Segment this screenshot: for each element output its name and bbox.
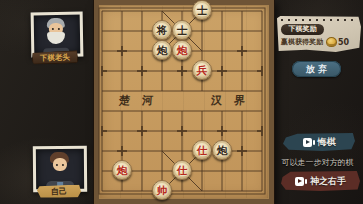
self-face: [53, 158, 67, 171]
river-label-han: 汉界: [203, 93, 264, 109]
piece-red-f3[interactable]: 仕: [192, 140, 212, 160]
piece-black-d8[interactable]: 炮: [152, 40, 172, 60]
gods-hand-button-label: 神之右手: [310, 175, 346, 188]
give-up-button[interactable]: 放弃: [292, 61, 341, 77]
piece-black-d9[interactable]: 将: [152, 20, 172, 40]
piece-red-e8[interactable]: 炮: [172, 40, 192, 60]
piece-red-b2[interactable]: 炮: [112, 160, 132, 180]
reward-title-badge: 下棋奖励: [281, 24, 324, 35]
piece-black-g3[interactable]: 炮: [212, 140, 232, 160]
reward-description: 赢棋获得奖励: [281, 37, 323, 47]
reward-amount: 50: [338, 38, 349, 47]
coin-icon: [326, 37, 337, 47]
undo-button-label: 悔棋: [318, 136, 336, 149]
piece-black-e9[interactable]: 士: [172, 20, 192, 40]
gods-right-hand-button[interactable]: 神之右手: [281, 171, 360, 191]
video-ad-icon: [295, 177, 307, 186]
reward-panel: 下棋奖励 赢棋获得奖励 50: [277, 16, 361, 52]
undo-move-button[interactable]: 悔棋: [283, 133, 355, 151]
piece-red-d1[interactable]: 帅: [152, 180, 172, 200]
opponent-beard: [47, 32, 65, 44]
piece-red-f7[interactable]: 兵: [192, 60, 212, 80]
stitches-decoration: [281, 19, 357, 21]
self-name-label: 自己: [37, 184, 81, 198]
piece-red-e2[interactable]: 仕: [172, 160, 192, 180]
gods-hand-hint-text: 可以走一步对方的棋: [272, 157, 363, 168]
video-ad-icon: [303, 138, 315, 147]
xiangqi-game-screen: 下棋老头 自己 楚河 汉界 士将士炮炮兵仕炮炮仕帅 下棋奖励 赢棋获得奖励 50…: [0, 0, 363, 204]
river-label-chu: 楚河: [111, 93, 172, 109]
piece-black-f10[interactable]: 士: [192, 0, 212, 20]
